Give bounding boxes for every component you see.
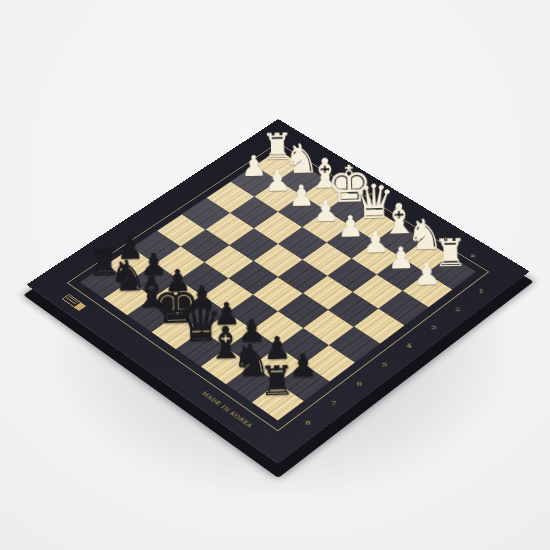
white-pawn-g2: ♟ bbox=[264, 167, 291, 197]
white-pawn-e2: ♟ bbox=[312, 197, 339, 227]
brand-logo-icon bbox=[62, 294, 87, 311]
black-rook-a8: ♜ bbox=[259, 361, 296, 402]
white-pawn-d2: ♟ bbox=[337, 212, 364, 242]
rank-label-2: 2 bbox=[449, 306, 466, 312]
rank-label-8: 8 bbox=[299, 420, 316, 427]
rank-label-7: 7 bbox=[325, 400, 342, 407]
photo-scene: ♜♞♝♛♚♝♞♜♟♟♟♟♟♟♟♟♟♟♟♟♟♟♟♟♜♞♝♛♚♝♞♜ MADE IN… bbox=[0, 0, 550, 550]
white-pawn-a2: ♟ bbox=[413, 260, 441, 291]
rank-label-5: 5 bbox=[376, 362, 393, 368]
rank-label-3: 3 bbox=[425, 325, 442, 331]
white-pawn-h2: ♟ bbox=[241, 152, 267, 181]
white-pawn-c2: ♟ bbox=[362, 228, 389, 258]
white-pawn-b2: ♟ bbox=[387, 243, 415, 274]
rank-label-6: 6 bbox=[351, 381, 368, 387]
rank-label-4: 4 bbox=[401, 343, 418, 349]
white-pawn-f2: ♟ bbox=[288, 182, 315, 212]
rank-label-1: 1 bbox=[473, 289, 490, 295]
